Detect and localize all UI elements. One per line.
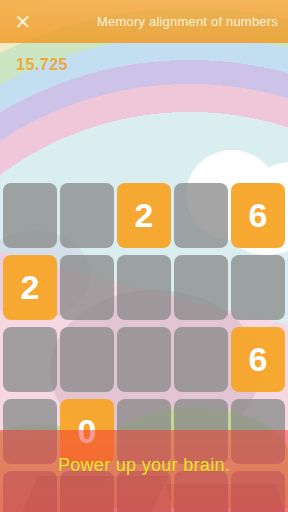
tile-r1c4[interactable] (174, 183, 228, 248)
tile-value: 2 (135, 198, 154, 232)
tile-r3c5[interactable]: 6 (231, 327, 285, 392)
tile-r2c4[interactable] (174, 255, 228, 320)
tile-r1c2[interactable] (60, 183, 114, 248)
app-screen: 26260 Power up your brain. ✕ Memory alig… (0, 0, 288, 512)
banner-decoration (165, 484, 284, 512)
tile-r3c1[interactable] (3, 327, 57, 392)
tile-r3c4[interactable] (174, 327, 228, 392)
tile-r1c1[interactable] (3, 183, 57, 248)
tile-value: 2 (21, 270, 40, 304)
tile-r3c2[interactable] (60, 327, 114, 392)
tile-r1c3[interactable]: 2 (117, 183, 171, 248)
tile-r1c5[interactable]: 6 (231, 183, 285, 248)
score-text: 15.725 (16, 56, 68, 74)
close-icon[interactable]: ✕ (12, 11, 34, 33)
tile-r2c5[interactable] (231, 255, 285, 320)
tile-r2c2[interactable] (60, 255, 114, 320)
tile-value: 6 (249, 342, 268, 376)
banner-text: Power up your brain. (58, 455, 230, 476)
tile-r2c3[interactable] (117, 255, 171, 320)
ad-banner[interactable]: Power up your brain. (0, 430, 288, 512)
tile-value: 6 (249, 198, 268, 232)
banner-decoration (22, 476, 168, 512)
tile-r3c3[interactable] (117, 327, 171, 392)
tile-r2c1[interactable]: 2 (3, 255, 57, 320)
page-title: Memory alignment of numbers (34, 14, 288, 29)
header-bar: ✕ Memory alignment of numbers (0, 0, 288, 43)
